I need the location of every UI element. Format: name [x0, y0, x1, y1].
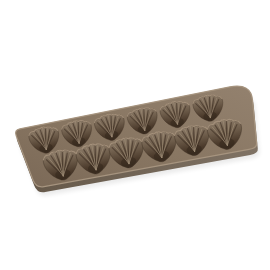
madeleine-pan — [0, 0, 270, 270]
product-photo-scene — [0, 0, 270, 270]
